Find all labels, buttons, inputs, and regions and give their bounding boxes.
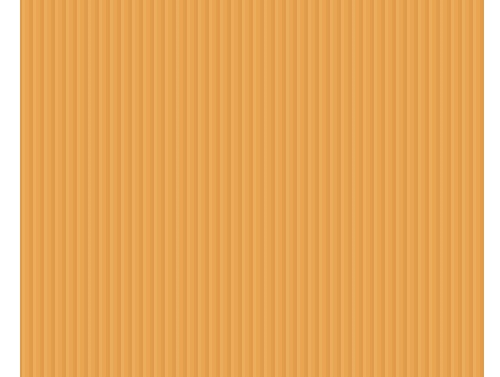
go-board-screenshot	[0, 0, 500, 377]
right-row-label-gutter	[489, 0, 500, 377]
stones-layer[interactable]	[19, 20, 475, 377]
left-row-label-gutter	[0, 0, 20, 377]
